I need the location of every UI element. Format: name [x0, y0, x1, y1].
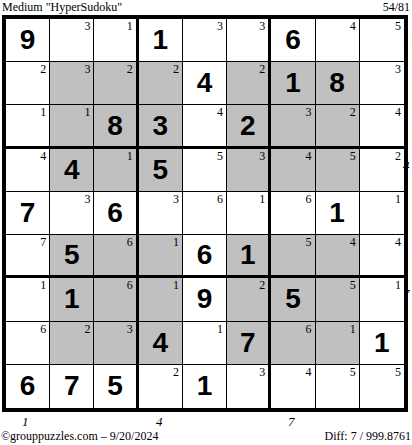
sudoku-board: 9311336452322421831183423244415534527363…	[2, 15, 408, 412]
big-digit: 1	[316, 192, 359, 234]
cell-r6c6[interactable]: 1	[227, 235, 271, 278]
footer: ©grouppuzzles.com – 9/20/2024 Diff: 7 / …	[0, 429, 412, 445]
cell-r6c3[interactable]: 6	[94, 235, 138, 278]
pencil-mark: 3	[84, 62, 90, 76]
big-digit: 2	[227, 105, 268, 145]
pencil-mark: 1	[40, 278, 46, 292]
pencil-mark: 2	[84, 322, 90, 336]
big-digit: 9	[6, 19, 49, 61]
pencil-mark: 6	[306, 192, 312, 206]
pencil-mark: 2	[259, 278, 265, 292]
pencil-mark: 5	[395, 19, 401, 33]
cell-r6c8[interactable]: 4	[316, 235, 360, 278]
cell-r2c4[interactable]: 2	[139, 62, 183, 105]
big-digit: 1	[183, 365, 226, 408]
pencil-mark: 2	[350, 105, 356, 119]
big-digit: 5	[139, 149, 182, 191]
pencil-mark: 3	[127, 322, 133, 336]
cell-r5c7[interactable]: 6	[271, 192, 315, 235]
cell-r4c6[interactable]: 3	[227, 149, 271, 192]
pencil-mark: 1	[84, 105, 90, 119]
big-digit: 1	[50, 278, 93, 320]
cell-r4c7[interactable]: 4	[271, 149, 315, 192]
pencil-mark: 1	[395, 278, 401, 292]
cell-r9c6[interactable]: 3	[227, 365, 271, 408]
cell-r6c5[interactable]: 6	[183, 235, 227, 278]
pencil-mark: 1	[40, 105, 46, 119]
cell-r3c1[interactable]: 1	[6, 105, 50, 148]
big-digit: 7	[227, 322, 268, 364]
cell-r5c2[interactable]: 3	[50, 192, 94, 235]
cell-r1c5[interactable]: 3	[183, 19, 227, 62]
pencil-mark: 4	[395, 235, 401, 249]
cell-r2c1[interactable]: 2	[6, 62, 50, 105]
pencil-mark: 1	[173, 235, 179, 249]
pencil-mark: 3	[217, 19, 223, 33]
cell-r6c9[interactable]: 4	[360, 235, 404, 278]
col-label-4: 4	[156, 414, 163, 430]
cell-r8c9[interactable]: 1	[360, 322, 404, 365]
cell-r9c7[interactable]: 4	[271, 365, 315, 408]
cell-r5c1[interactable]: 7	[6, 192, 50, 235]
pencil-mark: 5	[395, 365, 401, 379]
cell-r7c4[interactable]: 1	[139, 278, 183, 321]
pencil-mark: 6	[40, 322, 46, 336]
cell-r5c9[interactable]: 1	[360, 192, 404, 235]
cell-r8c6[interactable]: 7	[227, 322, 271, 365]
cell-r1c6[interactable]: 3	[227, 19, 271, 62]
pencil-mark: 5	[350, 278, 356, 292]
pencil-mark: 1	[217, 322, 223, 336]
cell-r8c4[interactable]: 4	[139, 322, 183, 365]
cell-r7c2[interactable]: 1	[50, 278, 94, 321]
pencil-mark: 5	[306, 235, 312, 249]
pencil-mark: 5	[350, 149, 356, 163]
cell-r2c7[interactable]: 1	[271, 62, 315, 105]
big-digit: 4	[50, 149, 93, 191]
cell-r4c9[interactable]: 2	[360, 149, 404, 192]
cell-r8c7[interactable]: 6	[271, 322, 315, 365]
pencil-mark: 2	[173, 62, 179, 76]
cell-r3c2[interactable]: 1	[50, 105, 94, 148]
big-digit: 8	[316, 62, 359, 104]
cell-r9c9[interactable]: 5	[360, 365, 404, 408]
pencil-mark: 5	[350, 365, 356, 379]
cell-r2c9[interactable]: 3	[360, 62, 404, 105]
pencil-mark: 3	[259, 365, 265, 379]
col-label-1: 1	[22, 414, 29, 430]
pencil-mark: 1	[350, 322, 356, 336]
pencil-mark: 1	[259, 192, 265, 206]
cell-r9c4[interactable]: 2	[139, 365, 183, 408]
cell-r3c6[interactable]: 2	[227, 105, 271, 148]
cell-r8c3[interactable]: 3	[94, 322, 138, 365]
cell-r6c7[interactable]: 5	[271, 235, 315, 278]
cell-r1c7[interactable]: 6	[271, 19, 315, 62]
pencil-mark: 4	[306, 149, 312, 163]
cell-r1c9[interactable]: 5	[360, 19, 404, 62]
pencil-mark: 2	[259, 62, 265, 76]
pencil-mark: 1	[173, 278, 179, 292]
cell-r5c3[interactable]: 6	[94, 192, 138, 235]
big-digit: 7	[6, 192, 49, 234]
cell-r2c3[interactable]: 2	[94, 62, 138, 105]
pencil-mark: 1	[127, 19, 133, 33]
pencil-mark: 2	[173, 365, 179, 379]
pencil-mark: 4	[350, 235, 356, 249]
pencil-mark: 2	[40, 62, 46, 76]
big-digit: 1	[227, 235, 268, 275]
pencil-mark: 6	[306, 322, 312, 336]
cell-r1c2[interactable]: 3	[50, 19, 94, 62]
cell-r8c1[interactable]: 6	[6, 322, 50, 365]
pencil-mark: 3	[306, 105, 312, 119]
pencil-mark: 1	[395, 192, 401, 206]
cell-r5c8[interactable]: 1	[316, 192, 360, 235]
big-digit: 7	[50, 365, 93, 408]
pencil-mark: 3	[395, 62, 401, 76]
cell-r7c9[interactable]: 1	[360, 278, 404, 321]
pencil-mark: 4	[306, 365, 312, 379]
cell-r7c8[interactable]: 5	[316, 278, 360, 321]
big-digit: 4	[183, 62, 226, 104]
copyright-date: ©grouppuzzles.com – 9/20/2024	[0, 429, 158, 445]
cell-r3c9[interactable]: 4	[360, 105, 404, 148]
row-label-1: 1	[403, 30, 410, 46]
cell-r1c1[interactable]: 9	[6, 19, 50, 62]
big-digit: 4	[139, 322, 182, 364]
cell-r2c2[interactable]: 3	[50, 62, 94, 105]
cell-r4c2[interactable]: 4	[50, 149, 94, 192]
cell-r6c4[interactable]: 1	[139, 235, 183, 278]
pencil-mark: 5	[217, 149, 223, 163]
cell-r2c6[interactable]: 2	[227, 62, 271, 105]
cell-r6c2[interactable]: 5	[50, 235, 94, 278]
cell-r7c6[interactable]: 2	[227, 278, 271, 321]
cell-r3c5[interactable]: 4	[183, 105, 227, 148]
big-digit: 6	[271, 19, 314, 61]
cell-r3c8[interactable]: 2	[316, 105, 360, 148]
cell-r9c5[interactable]: 1	[183, 365, 227, 408]
big-digit: 6	[6, 365, 49, 408]
cell-r9c3[interactable]: 5	[94, 365, 138, 408]
big-digit: 6	[94, 192, 135, 234]
cell-r8c8[interactable]: 1	[316, 322, 360, 365]
page-title: Medium "HyperSudoku"	[0, 0, 122, 14]
sudoku-grid: 9311336452322421831183423244415534527363…	[6, 19, 404, 408]
pencil-mark: 4	[350, 19, 356, 33]
cell-r9c8[interactable]: 5	[316, 365, 360, 408]
col-label-7: 7	[288, 414, 295, 430]
cell-r8c5[interactable]: 1	[183, 322, 227, 365]
cell-r1c4[interactable]: 1	[139, 19, 183, 62]
pencil-mark: 3	[259, 149, 265, 163]
cell-r7c3[interactable]: 6	[94, 278, 138, 321]
pencil-mark: 3	[84, 192, 90, 206]
big-digit: 1	[271, 62, 314, 104]
difficulty: Diff: 7 / 999.8761	[325, 429, 412, 445]
cell-r8c2[interactable]: 2	[50, 322, 94, 365]
cell-r4c8[interactable]: 5	[316, 149, 360, 192]
cell-r2c8[interactable]: 8	[316, 62, 360, 105]
remaining-counter: 54/81	[383, 0, 412, 14]
cell-r4c4[interactable]: 5	[139, 149, 183, 192]
pencil-mark: 6	[127, 235, 133, 249]
big-digit: 6	[183, 235, 226, 275]
big-digit: 8	[94, 105, 135, 145]
cell-r1c8[interactable]: 4	[316, 19, 360, 62]
big-digit: 5	[94, 365, 135, 408]
cell-r5c6[interactable]: 1	[227, 192, 271, 235]
cell-r2c5[interactable]: 4	[183, 62, 227, 105]
pencil-mark: 3	[84, 19, 90, 33]
cell-r9c1[interactable]: 6	[6, 365, 50, 408]
cell-r5c5[interactable]: 6	[183, 192, 227, 235]
pencil-mark: 7	[40, 235, 46, 249]
big-digit: 1	[139, 19, 182, 61]
pencil-mark: 3	[173, 192, 179, 206]
cell-r7c7[interactable]: 5	[271, 278, 315, 321]
header: Medium "HyperSudoku" 54/81	[0, 0, 412, 15]
cell-r3c3[interactable]: 8	[94, 105, 138, 148]
pencil-mark: 2	[127, 62, 133, 76]
pencil-mark: 6	[127, 278, 133, 292]
pencil-mark: 2	[395, 149, 401, 163]
cell-r5c4[interactable]: 3	[139, 192, 183, 235]
pencil-mark: 4	[217, 105, 223, 119]
cell-r4c3[interactable]: 1	[94, 149, 138, 192]
cell-r9c2[interactable]: 7	[50, 365, 94, 408]
cell-r3c7[interactable]: 3	[271, 105, 315, 148]
pencil-mark: 4	[395, 105, 401, 119]
cell-r6c1[interactable]: 7	[6, 235, 50, 278]
big-digit: 3	[139, 105, 182, 145]
big-digit: 5	[271, 278, 314, 320]
big-digit: 1	[360, 322, 404, 364]
big-digit: 9	[183, 278, 226, 320]
cell-r3c4[interactable]: 3	[139, 105, 183, 148]
pencil-mark: 4	[40, 149, 46, 163]
pencil-mark: 1	[127, 149, 133, 163]
cell-r7c1[interactable]: 1	[6, 278, 50, 321]
row-label-7: 7	[403, 286, 410, 302]
cell-r1c3[interactable]: 1	[94, 19, 138, 62]
cell-r4c5[interactable]: 5	[183, 149, 227, 192]
pencil-mark: 6	[217, 192, 223, 206]
pencil-mark: 3	[259, 19, 265, 33]
cell-r7c5[interactable]: 9	[183, 278, 227, 321]
big-digit: 5	[50, 235, 93, 275]
cell-r4c1[interactable]: 4	[6, 149, 50, 192]
row-label-4: 4	[403, 158, 410, 174]
